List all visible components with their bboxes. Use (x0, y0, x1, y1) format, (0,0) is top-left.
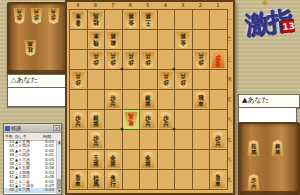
square-27[interactable] (193, 130, 211, 150)
piece-角行-79[interactable]: 角行 (106, 171, 120, 188)
star-point (120, 128, 123, 131)
square-92[interactable] (70, 30, 88, 50)
kifu-titlebar[interactable]: 棋譜 × (4, 124, 61, 133)
square-21[interactable] (193, 10, 211, 30)
captured-piece-桂馬[interactable]: 桂馬 (24, 40, 37, 56)
piece-歩兵-73[interactable]: 歩兵 (106, 51, 120, 68)
square-22[interactable] (193, 30, 211, 50)
square-61[interactable]: 金将 (123, 10, 141, 30)
kifu-scrollbar[interactable]: ▲ ▼ (56, 140, 61, 194)
square-74[interactable] (105, 70, 123, 90)
captured-piece-歩兵[interactable]: 歩兵 (30, 8, 43, 24)
file-label-3: 3 (174, 2, 192, 9)
gote-captured-pieces-stand: 歩兵歩兵歩兵桂馬 (7, 2, 68, 76)
square-96[interactable]: 歩兵 (70, 110, 88, 130)
file-label-5: 5 (139, 2, 157, 9)
square-24[interactable] (193, 70, 211, 90)
square-25[interactable]: 飛車 (193, 90, 211, 110)
square-86[interactable]: 銀将 (88, 110, 106, 130)
piece-歩兵-96[interactable]: 歩兵 (71, 111, 85, 128)
piece-桂馬-81[interactable]: 桂馬 (89, 11, 103, 28)
square-23[interactable]: 歩兵 (193, 50, 211, 70)
komadai-ridge (240, 191, 298, 195)
square-15[interactable] (210, 90, 228, 110)
square-77[interactable] (105, 130, 123, 150)
square-51[interactable]: 王将 (140, 10, 158, 30)
piece-香車-19[interactable]: 香車 (211, 171, 225, 188)
captured-piece-歩兵[interactable]: 歩兵 (47, 8, 60, 24)
square-49[interactable] (158, 170, 176, 190)
square-12[interactable] (210, 30, 228, 50)
square-83[interactable]: 歩兵 (88, 50, 106, 70)
square-55[interactable]: 銀将 (140, 90, 158, 110)
square-26[interactable] (193, 110, 211, 130)
square-62[interactable] (123, 30, 141, 50)
piece-王将-51[interactable]: 王将 (141, 11, 155, 28)
board-grid: 香車桂馬金将王将飛車銀将金将歩兵歩兵歩兵歩兵歩兵成香歩兵歩兵歩兵歩兵銀将飛車歩兵… (69, 9, 228, 190)
square-42[interactable] (158, 30, 176, 50)
piece-歩兵-83[interactable]: 歩兵 (89, 51, 103, 68)
square-97[interactable] (70, 130, 88, 150)
square-71[interactable] (105, 10, 123, 30)
kifu-col-time: 時間 (43, 133, 61, 140)
square-69[interactable] (123, 170, 141, 190)
square-57[interactable] (140, 130, 158, 150)
piece-銀将-55[interactable]: 銀将 (141, 91, 155, 108)
piece-金将-78[interactable]: 金将 (106, 151, 120, 168)
square-29[interactable] (193, 170, 211, 190)
scroll-up-icon[interactable]: ▲ (57, 140, 62, 145)
phoenix-icon: ✦ (261, 0, 270, 9)
kifu-move-list[interactable]: 33▲２五飛0:0334△９四歩0:0135▲９六歩0:0236△４四歩0:01… (4, 140, 56, 194)
captured-piece-桂馬[interactable]: 桂馬 (247, 140, 260, 156)
square-99[interactable]: 香車 (70, 170, 88, 190)
square-18[interactable] (210, 150, 228, 170)
square-13[interactable]: 成香 (210, 50, 228, 70)
piece-歩兵-63[interactable]: 歩兵 (124, 51, 138, 68)
square-39[interactable] (175, 170, 193, 190)
piece-金将-61[interactable]: 金将 (124, 11, 138, 28)
square-66[interactable]: 竜馬 (123, 110, 141, 130)
square-65[interactable] (123, 90, 141, 110)
kifu-window-title: 棋譜 (11, 124, 53, 132)
square-58[interactable]: 金将 (140, 150, 158, 170)
piece-歩兵-17[interactable]: 歩兵 (211, 131, 225, 148)
gekisashi-logo: ✦ 激指 13 (235, 0, 300, 53)
piece-歩兵-56[interactable]: 歩兵 (141, 111, 155, 128)
square-36[interactable] (175, 110, 193, 130)
square-67[interactable] (123, 130, 141, 150)
square-19[interactable]: 香車 (210, 170, 228, 190)
square-41[interactable] (158, 10, 176, 30)
star-point (173, 128, 176, 131)
gote-clock-display (7, 87, 66, 107)
square-47[interactable] (158, 130, 176, 150)
square-87[interactable]: 歩兵 (88, 130, 106, 150)
square-37[interactable] (175, 130, 193, 150)
piece-歩兵-53[interactable]: 歩兵 (141, 51, 155, 68)
square-35[interactable] (175, 90, 193, 110)
square-91[interactable]: 香車 (70, 10, 88, 30)
square-82[interactable]: 飛車 (88, 30, 106, 50)
square-56[interactable]: 歩兵 (140, 110, 158, 130)
kifu-col-moveno: 手数 (4, 133, 15, 140)
square-34[interactable]: 歩兵 (175, 70, 193, 90)
logo-version-badge: 13 (281, 19, 295, 33)
sente-player-nameplate: ▲あなた (238, 94, 300, 108)
piece-歩兵-75[interactable]: 歩兵 (106, 91, 120, 108)
scroll-down-icon[interactable]: ▼ (57, 189, 62, 194)
close-icon[interactable]: × (53, 125, 60, 131)
square-89[interactable]: 桂馬 (88, 170, 106, 190)
captured-piece-歩兵[interactable]: 歩兵 (247, 174, 260, 190)
captured-piece-歩兵[interactable]: 歩兵 (13, 8, 26, 24)
piece-歩兵-34[interactable]: 歩兵 (176, 71, 190, 88)
piece-桂馬-89[interactable]: 桂馬 (89, 171, 103, 188)
file-label-8: 8 (87, 2, 105, 9)
square-11[interactable] (210, 10, 228, 30)
square-88[interactable]: 玉将 (88, 150, 106, 170)
piece-竜馬-66[interactable]: 竜馬 (124, 111, 138, 128)
square-79[interactable]: 角行 (105, 170, 123, 190)
file-label-1: 1 (209, 2, 227, 9)
square-31[interactable] (175, 10, 193, 30)
kifu-row-44[interactable]: 44△６六馬0:04 (4, 188, 56, 192)
square-72[interactable]: 銀将 (105, 30, 123, 50)
square-68[interactable] (123, 150, 141, 170)
square-53[interactable]: 歩兵 (140, 50, 158, 70)
file-label-7: 7 (104, 2, 122, 9)
shogi-board: 987654321 一二三四五六七八九 香車桂馬金将王将飛車銀将金将歩兵歩兵歩兵… (65, 0, 235, 195)
kifu-window-icon (5, 126, 10, 131)
square-17[interactable]: 歩兵 (210, 130, 228, 150)
piece-成香-13[interactable]: 成香 (211, 51, 225, 68)
sente-clock-display (238, 107, 297, 123)
square-45[interactable] (158, 90, 176, 110)
piece-金将-32[interactable]: 金将 (176, 31, 190, 48)
gote-player-nameplate: △あなた (7, 74, 69, 88)
piece-香車-91[interactable]: 香車 (71, 11, 85, 28)
file-label-9: 9 (69, 2, 87, 9)
piece-歩兵-87[interactable]: 歩兵 (89, 131, 103, 148)
square-48[interactable] (158, 150, 176, 170)
piece-歩兵-23[interactable]: 歩兵 (194, 51, 208, 68)
file-label-4: 4 (157, 2, 175, 9)
square-33[interactable] (175, 50, 193, 70)
kifu-col-move: 指し手 (15, 133, 43, 140)
square-98[interactable] (70, 150, 88, 170)
square-81[interactable]: 桂馬 (88, 10, 106, 30)
square-94[interactable]: 歩兵 (70, 70, 88, 90)
square-32[interactable]: 金将 (175, 30, 193, 50)
square-14[interactable] (210, 70, 228, 90)
scrollbar-thumb[interactable] (57, 179, 62, 189)
kifu-window: 棋譜 × 手数 指し手 時間 33▲２五飛0:0334△９四歩0:0135▲９六… (3, 123, 62, 195)
square-85[interactable] (88, 90, 106, 110)
file-label-6: 6 (122, 2, 140, 9)
piece-香車-99[interactable]: 香車 (71, 171, 85, 188)
piece-歩兵-44[interactable]: 歩兵 (159, 71, 173, 88)
square-52[interactable] (140, 30, 158, 50)
sente-captured-pieces-stand: 桂馬銀将歩兵 (238, 122, 300, 195)
piece-歩兵-94[interactable]: 歩兵 (71, 71, 85, 88)
piece-飛車-82[interactable]: 飛車 (89, 31, 103, 48)
square-84[interactable] (88, 70, 106, 90)
square-44[interactable]: 歩兵 (158, 70, 176, 90)
file-label-2: 2 (192, 2, 210, 9)
square-78[interactable]: 金将 (105, 150, 123, 170)
square-64[interactable] (123, 70, 141, 90)
square-38[interactable] (175, 150, 193, 170)
piece-歩兵-46[interactable]: 歩兵 (159, 111, 173, 128)
square-59[interactable] (140, 170, 158, 190)
square-95[interactable] (70, 90, 88, 110)
square-54[interactable] (140, 70, 158, 90)
square-16[interactable] (210, 110, 228, 130)
square-28[interactable] (193, 150, 211, 170)
star-point (173, 68, 176, 71)
captured-piece-銀将[interactable]: 銀将 (271, 140, 284, 156)
star-point (120, 68, 123, 71)
piece-金将-58[interactable]: 金将 (141, 151, 155, 168)
piece-玉将-88[interactable]: 玉将 (89, 151, 103, 168)
square-75[interactable]: 歩兵 (105, 90, 123, 110)
piece-飛車-25[interactable]: 飛車 (194, 91, 208, 108)
app-window: 歩兵歩兵歩兵桂馬 △あなた 棋譜 × 手数 指し手 時間 33▲２五飛0:033… (0, 0, 300, 195)
file-labels: 987654321 (69, 2, 227, 9)
piece-銀将-72[interactable]: 銀将 (106, 31, 120, 48)
piece-銀将-86[interactable]: 銀将 (89, 111, 103, 128)
square-63[interactable]: 歩兵 (123, 50, 141, 70)
square-93[interactable] (70, 50, 88, 70)
